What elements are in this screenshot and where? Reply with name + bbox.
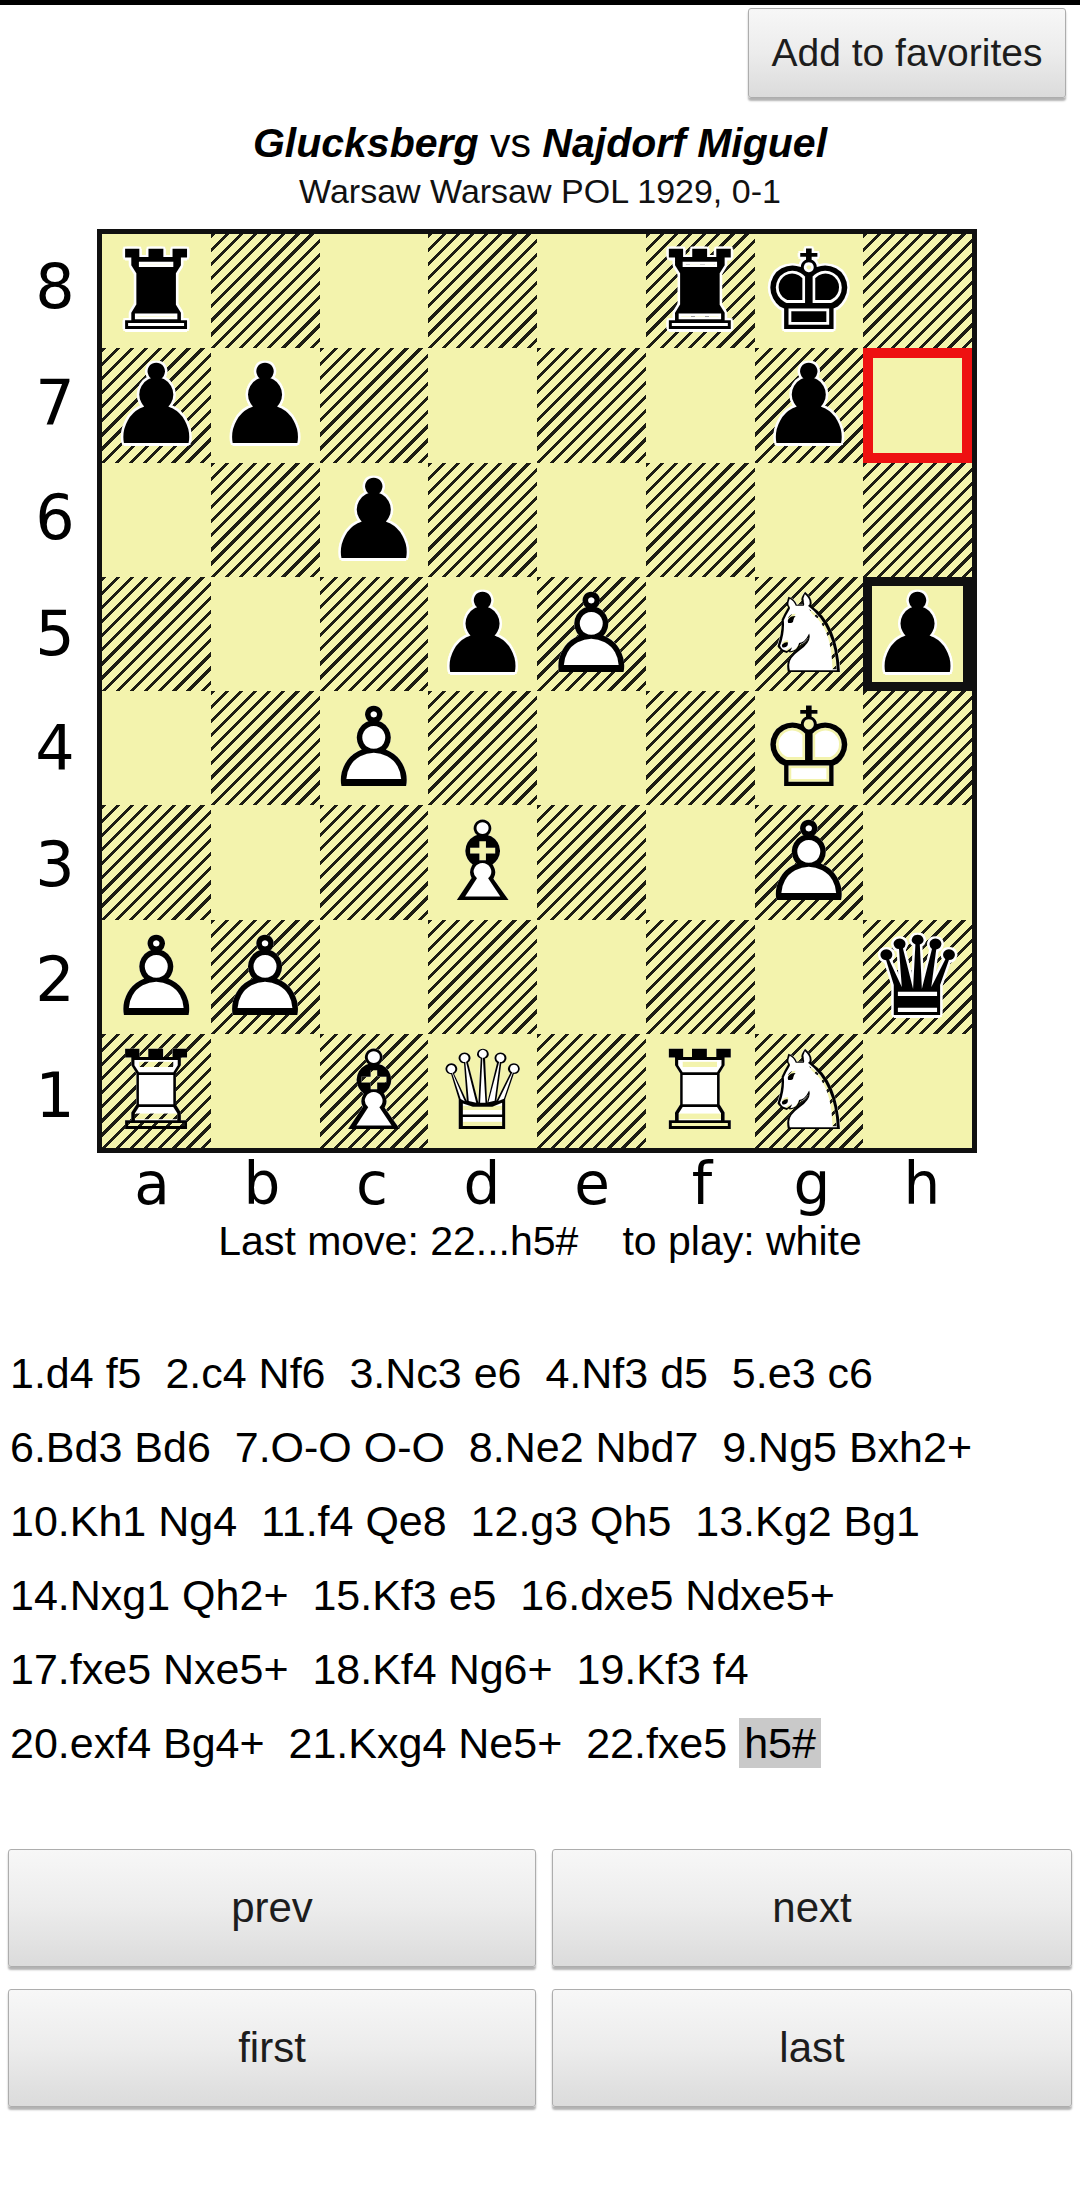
piece-black-pawn: ♟ (211, 348, 320, 462)
piece-black-pawn: ♟ (102, 348, 211, 462)
piece-white-pawn-fill: ♟ (320, 691, 429, 805)
piece-white-pawn: ♙ (102, 920, 211, 1034)
square-d8[interactable] (428, 234, 537, 348)
board-grid: ♜♜♚♟♟♟♟♟♟♙♞♘♟♟♙♚♔♝♗♟♙♟♙♟♙♛♜♖♝♗♛♕♜♖♞♘ (102, 234, 972, 1148)
square-h5[interactable]: ♟ (863, 577, 972, 691)
square-a6[interactable] (102, 463, 211, 577)
square-e4[interactable] (537, 691, 646, 805)
square-a8[interactable]: ♜ (102, 234, 211, 348)
first-label: first (238, 2024, 306, 2072)
square-b2[interactable]: ♟♙ (211, 920, 320, 1034)
piece-white-queen-fill: ♛ (428, 1034, 537, 1148)
square-e1[interactable] (537, 1034, 646, 1148)
to-play-label: to play: white (622, 1218, 861, 1264)
piece-white-queen: ♕ (428, 1034, 537, 1148)
square-g4[interactable]: ♚♔ (755, 691, 864, 805)
square-g3[interactable]: ♟♙ (755, 805, 864, 919)
square-f5[interactable] (646, 577, 755, 691)
square-a7[interactable]: ♟ (102, 348, 211, 462)
rank-label-3: 3 (20, 807, 90, 923)
square-h7[interactable] (863, 348, 972, 462)
square-f4[interactable] (646, 691, 755, 805)
file-labels: abcdefgh (97, 1150, 977, 1218)
square-a3[interactable] (102, 805, 211, 919)
square-c7[interactable] (320, 348, 429, 462)
piece-white-bishop-fill: ♝ (428, 805, 537, 919)
square-d7[interactable] (428, 348, 537, 462)
move-line-final: 20.exf4 Bg4+ 21.Kxg4 Ne5+ 22.fxe5 h5# (10, 1706, 1074, 1780)
piece-white-pawn-fill: ♟ (211, 920, 320, 1034)
square-f7[interactable] (646, 348, 755, 462)
rank-labels: 87654321 (20, 229, 90, 1153)
square-h4[interactable] (863, 691, 972, 805)
piece-white-knight-fill: ♞ (755, 1034, 864, 1148)
square-c3[interactable] (320, 805, 429, 919)
event-line: Warsaw Warsaw POL 1929, 0-1 (0, 172, 1080, 211)
square-g1[interactable]: ♞♘ (755, 1034, 864, 1148)
square-b4[interactable] (211, 691, 320, 805)
piece-black-rook: ♜ (102, 234, 211, 348)
piece-white-rook: ♖ (102, 1034, 211, 1148)
rank-label-1: 1 (20, 1038, 90, 1154)
black-player-name: Najdorf Miguel (542, 120, 827, 166)
rank-label-8: 8 (20, 229, 90, 345)
first-button[interactable]: first (8, 1989, 536, 2107)
square-d4[interactable] (428, 691, 537, 805)
piece-black-pawn: ♟ (428, 577, 537, 691)
current-move-highlight: h5# (739, 1718, 821, 1768)
move-list: 1.d4 f5 2.c4 Nf6 3.Nc3 e6 4.Nf3 d5 5.e3 … (10, 1336, 1074, 1780)
square-g7[interactable]: ♟ (755, 348, 864, 462)
game-title: Glucksberg vs Najdorf Miguel (0, 120, 1080, 167)
square-d1[interactable]: ♛♕ (428, 1034, 537, 1148)
rank-label-4: 4 (20, 691, 90, 807)
file-label-g: g (757, 1150, 867, 1218)
piece-white-pawn-fill: ♟ (537, 577, 646, 691)
square-g2[interactable] (755, 920, 864, 1034)
add-to-favorites-button[interactable]: Add to favorites (748, 8, 1066, 98)
square-a2[interactable]: ♟♙ (102, 920, 211, 1034)
add-to-favorites-label: Add to favorites (772, 31, 1043, 75)
square-c4[interactable]: ♟♙ (320, 691, 429, 805)
rank-label-7: 7 (20, 345, 90, 461)
square-d6[interactable] (428, 463, 537, 577)
move-line: 17.fxe5 Nxe5+ 18.Kf4 Ng6+ 19.Kf3 f4 (10, 1632, 1074, 1706)
square-h8[interactable] (863, 234, 972, 348)
vs-label: vs (479, 120, 543, 166)
piece-white-knight: ♘ (755, 1034, 864, 1148)
piece-white-rook-fill: ♜ (646, 1034, 755, 1148)
square-b6[interactable] (211, 463, 320, 577)
square-a5[interactable] (102, 577, 211, 691)
last-move-label: Last move: 22...h5# (218, 1218, 578, 1264)
prev-label: prev (231, 1884, 313, 1932)
piece-black-pawn: ♟ (755, 348, 864, 462)
piece-white-bishop-fill: ♝ (320, 1034, 429, 1148)
square-b7[interactable]: ♟ (211, 348, 320, 462)
square-e3[interactable] (537, 805, 646, 919)
piece-white-pawn: ♙ (211, 920, 320, 1034)
next-label: next (772, 1884, 851, 1932)
square-f6[interactable] (646, 463, 755, 577)
square-g6[interactable] (755, 463, 864, 577)
square-h1[interactable] (863, 1034, 972, 1148)
piece-black-rook: ♜ (646, 234, 755, 348)
square-h2[interactable]: ♛ (863, 920, 972, 1034)
square-b3[interactable] (211, 805, 320, 919)
square-e6[interactable] (537, 463, 646, 577)
square-c1[interactable]: ♝♗ (320, 1034, 429, 1148)
file-label-a: a (97, 1150, 207, 1218)
file-label-c: c (317, 1150, 427, 1218)
square-a4[interactable] (102, 691, 211, 805)
square-e5[interactable]: ♟♙ (537, 577, 646, 691)
move-line: 6.Bd3 Bd6 7.O-O O-O 8.Ne2 Nbd7 9.Ng5 Bxh… (10, 1410, 1074, 1484)
prev-button[interactable]: prev (8, 1849, 536, 1967)
square-g8[interactable]: ♚ (755, 234, 864, 348)
piece-black-pawn: ♟ (320, 463, 429, 577)
square-d5[interactable]: ♟ (428, 577, 537, 691)
piece-white-pawn-fill: ♟ (755, 805, 864, 919)
square-b1[interactable] (211, 1034, 320, 1148)
piece-black-king: ♚ (755, 234, 864, 348)
piece-white-rook: ♖ (646, 1034, 755, 1148)
move-line: 14.Nxg1 Qh2+ 15.Kf3 e5 16.dxe5 Ndxe5+ (10, 1558, 1074, 1632)
piece-white-pawn-fill: ♟ (102, 920, 211, 1034)
file-label-f: f (647, 1150, 757, 1218)
piece-white-knight: ♘ (755, 577, 864, 691)
square-a1[interactable]: ♜♖ (102, 1034, 211, 1148)
square-f8[interactable]: ♜ (646, 234, 755, 348)
next-button[interactable]: next (552, 1849, 1072, 1967)
piece-white-king: ♔ (755, 691, 864, 805)
status-line: Last move: 22...h5#to play: white (0, 1218, 1080, 1265)
square-f2[interactable] (646, 920, 755, 1034)
square-f3[interactable] (646, 805, 755, 919)
square-h3[interactable] (863, 805, 972, 919)
move-line: 1.d4 f5 2.c4 Nf6 3.Nc3 e6 4.Nf3 d5 5.e3 … (10, 1336, 1074, 1410)
file-label-e: e (537, 1150, 647, 1218)
square-c5[interactable] (320, 577, 429, 691)
piece-black-pawn: ♟ (863, 577, 972, 691)
square-e7[interactable] (537, 348, 646, 462)
square-e2[interactable] (537, 920, 646, 1034)
piece-white-bishop: ♗ (428, 805, 537, 919)
piece-white-knight-fill: ♞ (755, 577, 864, 691)
piece-white-pawn: ♙ (755, 805, 864, 919)
file-label-d: d (427, 1150, 537, 1218)
piece-white-rook-fill: ♜ (102, 1034, 211, 1148)
square-c2[interactable] (320, 920, 429, 1034)
rank-label-2: 2 (20, 922, 90, 1038)
piece-white-king-fill: ♚ (755, 691, 864, 805)
square-d3[interactable]: ♝♗ (428, 805, 537, 919)
rank-label-6: 6 (20, 460, 90, 576)
square-f1[interactable]: ♜♖ (646, 1034, 755, 1148)
move-line: 10.Kh1 Ng4 11.f4 Qe8 12.g3 Qh5 13.Kg2 Bg… (10, 1484, 1074, 1558)
rank-label-5: 5 (20, 576, 90, 692)
file-label-h: h (867, 1150, 977, 1218)
square-d2[interactable] (428, 920, 537, 1034)
piece-black-queen: ♛ (863, 920, 972, 1034)
white-player-name: Glucksberg (253, 120, 479, 166)
file-label-b: b (207, 1150, 317, 1218)
status-bar (0, 0, 1080, 5)
last-label: last (779, 2024, 844, 2072)
move-line-final-prefix: 20.exf4 Bg4+ 21.Kxg4 Ne5+ 22.fxe5 (10, 1719, 739, 1767)
last-button[interactable]: last (552, 1989, 1072, 2107)
square-h6[interactable] (863, 463, 972, 577)
square-e8[interactable] (537, 234, 646, 348)
square-c6[interactable]: ♟ (320, 463, 429, 577)
square-g5[interactable]: ♞♘ (755, 577, 864, 691)
square-b5[interactable] (211, 577, 320, 691)
piece-white-bishop: ♗ (320, 1034, 429, 1148)
square-b8[interactable] (211, 234, 320, 348)
piece-white-pawn: ♙ (537, 577, 646, 691)
chess-board: ♜♜♚♟♟♟♟♟♟♙♞♘♟♟♙♚♔♝♗♟♙♟♙♟♙♛♜♖♝♗♛♕♜♖♞♘ (97, 229, 977, 1153)
piece-white-pawn: ♙ (320, 691, 429, 805)
square-c8[interactable] (320, 234, 429, 348)
